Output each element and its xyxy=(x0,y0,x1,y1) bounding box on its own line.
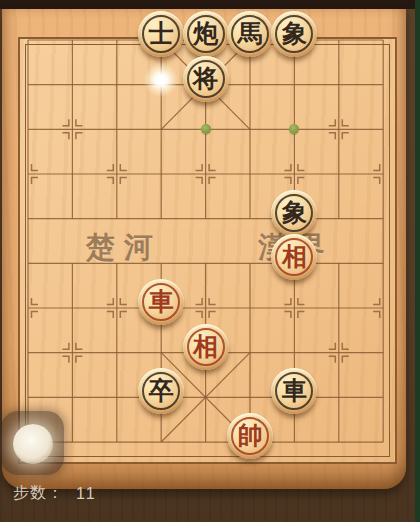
piece-glyph: 士 xyxy=(138,11,184,57)
piece-glyph: 相 xyxy=(271,234,317,280)
move-count-value: 11 xyxy=(76,485,97,503)
piece-red-elephant[interactable]: 相 xyxy=(183,324,229,370)
piece-glyph: 馬 xyxy=(227,11,273,57)
piece-black-chariot[interactable]: 車 xyxy=(271,368,317,414)
floating-ball-button[interactable] xyxy=(1,411,64,475)
piece-black-elephant[interactable]: 象 xyxy=(271,190,317,236)
river-label-chu-he: 楚河 xyxy=(86,228,162,268)
piece-black-cannon[interactable]: 炮 xyxy=(183,11,229,57)
piece-glyph: 相 xyxy=(183,324,229,370)
piece-glyph: 帥 xyxy=(227,413,273,459)
piece-glyph: 卒 xyxy=(138,368,184,414)
piece-glyph: 車 xyxy=(271,368,317,414)
piece-black-soldier[interactable]: 卒 xyxy=(138,368,184,414)
piece-glyph: 象 xyxy=(271,11,317,57)
piece-glyph: 象 xyxy=(271,190,317,236)
piece-red-chariot[interactable]: 車 xyxy=(138,279,184,325)
floating-ball-orb-icon xyxy=(13,424,53,464)
piece-red-elephant[interactable]: 相 xyxy=(271,234,317,280)
top-dark-strip xyxy=(0,0,420,9)
piece-black-general[interactable]: 将 xyxy=(183,56,229,102)
piece-black-elephant[interactable]: 象 xyxy=(271,11,317,57)
board-inner-border xyxy=(25,44,390,457)
piece-black-horse[interactable]: 馬 xyxy=(227,11,273,57)
screen-edge-green-strip xyxy=(415,0,420,522)
piece-black-advisor[interactable]: 士 xyxy=(138,11,184,57)
piece-glyph: 炮 xyxy=(183,11,229,57)
board-playing-field xyxy=(20,39,395,462)
status-bar: 步数： 11 xyxy=(13,483,97,504)
piece-glyph: 将 xyxy=(183,56,229,102)
piece-glyph: 車 xyxy=(138,279,184,325)
piece-red-general[interactable]: 帥 xyxy=(227,413,273,459)
move-count-label: 步数： xyxy=(13,483,64,504)
